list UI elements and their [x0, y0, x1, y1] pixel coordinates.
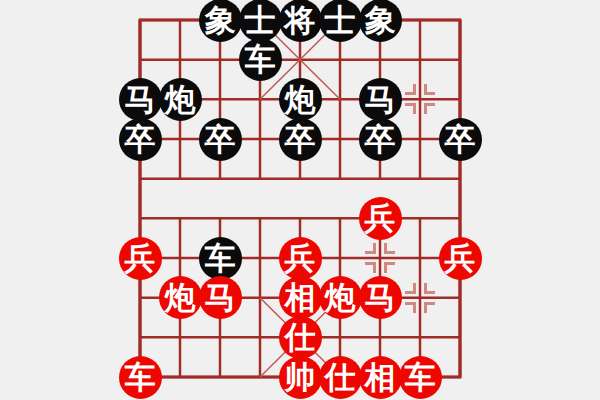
- board-point-f7r5[interactable]: [400, 198, 440, 238]
- xiangqi-board: 象士将士象车马炮炮马卒卒卒卒卒车兵兵兵兵炮马相炮马仕车帅仕相车: [0, 0, 600, 400]
- board-point-f0r4[interactable]: [120, 159, 160, 199]
- piece-black-elephant[interactable]: 象: [359, 0, 402, 42]
- board-point-f7r3[interactable]: [400, 119, 440, 159]
- board-point-f0r8[interactable]: [120, 317, 160, 357]
- move-marker-corner: [384, 262, 395, 273]
- move-marker: [405, 84, 435, 114]
- board-point-f6r8[interactable]: [360, 317, 400, 357]
- piece-black-elephant[interactable]: 象: [199, 0, 242, 42]
- piece-red-cannon[interactable]: 炮: [159, 276, 202, 319]
- board-point-f0r5[interactable]: [120, 198, 160, 238]
- board-point-f2r2[interactable]: [200, 79, 240, 119]
- piece-black-advisor[interactable]: 士: [319, 0, 362, 42]
- board-point-f3r7[interactable]: [240, 278, 280, 318]
- piece-black-soldier[interactable]: 卒: [199, 118, 242, 161]
- piece-red-advisor[interactable]: 仕: [319, 356, 362, 399]
- board-point-f2r9[interactable]: [200, 357, 240, 397]
- board-point-f4r1[interactable]: [280, 40, 320, 80]
- piece-black-horse[interactable]: 马: [119, 78, 162, 121]
- piece-red-soldier[interactable]: 兵: [279, 237, 322, 280]
- piece-black-soldier[interactable]: 卒: [359, 118, 402, 161]
- piece-black-chariot[interactable]: 车: [199, 237, 242, 280]
- board-point-f8r8[interactable]: [440, 317, 480, 357]
- piece-black-chariot[interactable]: 车: [239, 38, 282, 81]
- move-marker-corner: [365, 243, 376, 254]
- board-point-f1r3[interactable]: [160, 119, 200, 159]
- board-point-f0r0[interactable]: [120, 0, 160, 40]
- board-point-f8r4[interactable]: [440, 159, 480, 199]
- piece-red-chariot[interactable]: 车: [399, 356, 442, 399]
- board-point-f3r9[interactable]: [240, 357, 280, 397]
- move-marker-corner: [384, 243, 395, 254]
- board-point-f5r3[interactable]: [320, 119, 360, 159]
- board-point-f3r3[interactable]: [240, 119, 280, 159]
- piece-red-horse[interactable]: 马: [199, 276, 242, 319]
- move-marker-corner: [405, 84, 416, 95]
- move-marker-corner: [405, 283, 416, 294]
- piece-black-general[interactable]: 将: [279, 0, 322, 42]
- board-point-f5r1[interactable]: [320, 40, 360, 80]
- board-point-f3r4[interactable]: [240, 159, 280, 199]
- board-point-f4r4[interactable]: [280, 159, 320, 199]
- piece-black-soldier[interactable]: 卒: [119, 118, 162, 161]
- board-point-f8r0[interactable]: [440, 0, 480, 40]
- board-point-f7r6[interactable]: [400, 238, 440, 278]
- board-point-f3r2[interactable]: [240, 79, 280, 119]
- piece-red-cannon[interactable]: 炮: [319, 276, 362, 319]
- board-point-f1r6[interactable]: [160, 238, 200, 278]
- move-marker-corner: [424, 103, 435, 114]
- board-point-f0r1[interactable]: [120, 40, 160, 80]
- board-point-f7r8[interactable]: [400, 317, 440, 357]
- piece-red-soldier[interactable]: 兵: [359, 197, 402, 240]
- board-point-f3r8[interactable]: [240, 317, 280, 357]
- board-point-f5r5[interactable]: [320, 198, 360, 238]
- piece-red-elephant[interactable]: 相: [359, 356, 402, 399]
- piece-black-advisor[interactable]: 士: [239, 0, 282, 42]
- board-point-f8r2[interactable]: [440, 79, 480, 119]
- board-point-f2r4[interactable]: [200, 159, 240, 199]
- board-point-f1r0[interactable]: [160, 0, 200, 40]
- board-point-f7r1[interactable]: [400, 40, 440, 80]
- piece-red-soldier[interactable]: 兵: [119, 237, 162, 280]
- board-point-f5r6[interactable]: [320, 238, 360, 278]
- move-marker-corner: [365, 262, 376, 273]
- board-point-f0r7[interactable]: [120, 278, 160, 318]
- move-marker-corner: [424, 283, 435, 294]
- piece-black-soldier[interactable]: 卒: [279, 118, 322, 161]
- board-point-f8r1[interactable]: [440, 40, 480, 80]
- board-point-f2r5[interactable]: [200, 198, 240, 238]
- move-marker-corner: [424, 84, 435, 95]
- board-point-f5r4[interactable]: [320, 159, 360, 199]
- move-marker-corner: [405, 302, 416, 313]
- board-point-f1r4[interactable]: [160, 159, 200, 199]
- piece-black-cannon[interactable]: 炮: [159, 78, 202, 121]
- move-marker: [365, 243, 395, 273]
- move-marker: [405, 283, 435, 313]
- piece-red-advisor[interactable]: 仕: [279, 316, 322, 359]
- board-point-f3r6[interactable]: [240, 238, 280, 278]
- board-point-f7r0[interactable]: [400, 0, 440, 40]
- piece-red-elephant[interactable]: 相: [279, 276, 322, 319]
- board-point-f8r5[interactable]: [440, 198, 480, 238]
- piece-black-horse[interactable]: 马: [359, 78, 402, 121]
- board-point-f5r8[interactable]: [320, 317, 360, 357]
- piece-red-soldier[interactable]: 兵: [439, 237, 482, 280]
- piece-red-general[interactable]: 帅: [279, 356, 322, 399]
- piece-black-soldier[interactable]: 卒: [439, 118, 482, 161]
- move-marker-corner: [405, 103, 416, 114]
- board-point-f1r1[interactable]: [160, 40, 200, 80]
- board-point-f1r9[interactable]: [160, 357, 200, 397]
- piece-red-chariot[interactable]: 车: [119, 356, 162, 399]
- board-point-f5r2[interactable]: [320, 79, 360, 119]
- piece-black-cannon[interactable]: 炮: [279, 78, 322, 121]
- move-marker-corner: [424, 302, 435, 313]
- board-point-f6r1[interactable]: [360, 40, 400, 80]
- board-point-f8r7[interactable]: [440, 278, 480, 318]
- board-point-f2r8[interactable]: [200, 317, 240, 357]
- board-point-f4r5[interactable]: [280, 198, 320, 238]
- piece-red-horse[interactable]: 马: [359, 276, 402, 319]
- board-point-f6r4[interactable]: [360, 159, 400, 199]
- board-point-f1r8[interactable]: [160, 317, 200, 357]
- board-point-f2r1[interactable]: [200, 40, 240, 80]
- board-point-f7r4[interactable]: [400, 159, 440, 199]
- board-point-f3r5[interactable]: [240, 198, 280, 238]
- board-point-f8r9[interactable]: [440, 357, 480, 397]
- board-point-f1r5[interactable]: [160, 198, 200, 238]
